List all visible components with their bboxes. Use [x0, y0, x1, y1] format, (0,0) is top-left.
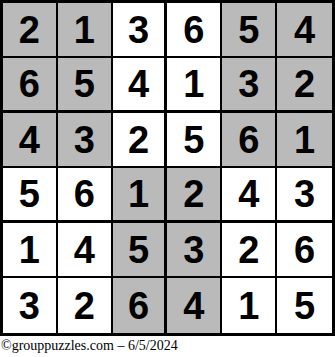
cell-digit: 6	[183, 11, 204, 49]
cell-digit: 4	[238, 175, 259, 213]
cell-r3c1: 4	[3, 113, 58, 168]
cell-r6c2: 2	[58, 278, 113, 333]
cell-r2c4: 1	[167, 58, 222, 113]
cell-digit: 4	[294, 11, 315, 49]
cell-digit: 5	[19, 175, 40, 213]
cell-digit: 2	[128, 121, 149, 159]
cell-digit: 2	[19, 11, 40, 49]
cell-r3c4: 5	[167, 113, 222, 168]
sudoku-puzzle-page: 213654654132432561561243145326326415 ©gr…	[0, 0, 335, 357]
cell-digit: 2	[294, 65, 315, 103]
cell-r3c5: 6	[222, 113, 277, 168]
copyright-text: ©grouppuzzles.com – 6/5/2024	[1, 338, 178, 355]
cell-r3c3: 2	[113, 113, 168, 168]
cell-digit: 6	[19, 65, 40, 103]
cell-r2c2: 5	[58, 58, 113, 113]
cell-digit: 5	[238, 11, 259, 49]
cell-digit: 5	[128, 231, 149, 269]
cell-digit: 3	[128, 11, 149, 49]
cell-digit: 5	[74, 65, 95, 103]
cell-r5c3: 5	[113, 223, 168, 278]
cell-digit: 2	[74, 287, 95, 325]
cell-r4c5: 4	[222, 168, 277, 223]
cell-r3c6: 1	[277, 113, 332, 168]
cell-digit: 4	[19, 121, 40, 159]
cell-r4c6: 3	[277, 168, 332, 223]
cell-r6c6: 5	[277, 278, 332, 333]
cell-digit: 5	[183, 121, 204, 159]
cell-r2c1: 6	[3, 58, 58, 113]
cell-r1c3: 3	[113, 3, 168, 58]
cell-r4c1: 5	[3, 168, 58, 223]
cell-r5c5: 2	[222, 223, 277, 278]
cell-r5c4: 3	[167, 223, 222, 278]
cell-digit: 6	[128, 287, 149, 325]
cell-r1c1: 2	[3, 3, 58, 58]
cell-digit: 3	[74, 121, 95, 159]
cell-r6c4: 4	[167, 278, 222, 333]
cell-r5c6: 6	[277, 223, 332, 278]
cell-r6c1: 3	[3, 278, 58, 333]
cell-digit: 2	[238, 231, 259, 269]
cell-r2c3: 4	[113, 58, 168, 113]
cell-digit: 2	[183, 175, 204, 213]
cell-digit: 1	[19, 231, 40, 269]
cell-digit: 1	[238, 287, 259, 325]
cell-r4c4: 2	[167, 168, 222, 223]
cell-digit: 4	[183, 287, 204, 325]
cell-r4c2: 6	[58, 168, 113, 223]
sudoku-board: 213654654132432561561243145326326415	[0, 0, 335, 336]
cell-r1c6: 4	[277, 3, 332, 58]
cell-r3c2: 3	[58, 113, 113, 168]
cell-digit: 6	[74, 175, 95, 213]
cell-r5c1: 1	[3, 223, 58, 278]
cell-r1c2: 1	[58, 3, 113, 58]
cell-digit: 4	[74, 231, 95, 269]
cell-digit: 3	[238, 65, 259, 103]
cell-r6c5: 1	[222, 278, 277, 333]
cell-digit: 4	[128, 65, 149, 103]
cell-r2c5: 3	[222, 58, 277, 113]
cell-r1c4: 6	[167, 3, 222, 58]
cell-digit: 3	[294, 175, 315, 213]
cell-digit: 6	[238, 121, 259, 159]
cell-digit: 3	[183, 231, 204, 269]
cell-r5c2: 4	[58, 223, 113, 278]
cell-r6c3: 6	[113, 278, 168, 333]
cell-digit: 5	[294, 287, 315, 325]
cell-r1c5: 5	[222, 3, 277, 58]
cell-digit: 3	[19, 287, 40, 325]
cell-digit: 1	[294, 121, 315, 159]
cell-digit: 1	[183, 65, 204, 103]
cell-digit: 1	[128, 175, 149, 213]
cell-r2c6: 2	[277, 58, 332, 113]
cell-digit: 1	[74, 11, 95, 49]
cell-r4c3: 1	[113, 168, 168, 223]
cell-digit: 6	[294, 231, 315, 269]
